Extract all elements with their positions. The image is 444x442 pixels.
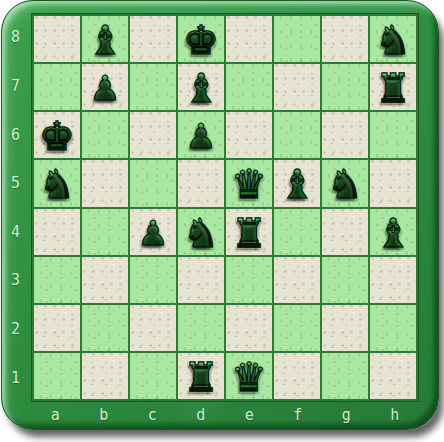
- piece-queen[interactable]: ♛: [231, 357, 267, 397]
- square-h6[interactable]: [370, 112, 416, 158]
- square-g6[interactable]: [322, 112, 368, 158]
- square-g4[interactable]: [322, 209, 368, 255]
- rank-label-4: 4: [0, 208, 31, 257]
- piece-bishop[interactable]: ♝: [183, 68, 219, 108]
- piece-pawn[interactable]: ♟: [138, 216, 168, 250]
- square-c4[interactable]: ♟: [130, 209, 176, 255]
- piece-rook[interactable]: ♜: [183, 357, 219, 397]
- square-h7[interactable]: ♜: [370, 64, 416, 110]
- square-f5[interactable]: ♝: [274, 160, 320, 206]
- square-c1[interactable]: [130, 353, 176, 399]
- square-c2[interactable]: [130, 305, 176, 351]
- square-b6[interactable]: [82, 112, 128, 158]
- square-a8[interactable]: [34, 16, 80, 62]
- square-a7[interactable]: [34, 64, 80, 110]
- square-f2[interactable]: [274, 305, 320, 351]
- rank-label-5: 5: [0, 159, 31, 208]
- file-label-d: d: [177, 402, 226, 428]
- piece-knight[interactable]: ♞: [327, 164, 363, 204]
- file-label-h: h: [371, 402, 420, 428]
- square-a1[interactable]: [34, 353, 80, 399]
- file-labels: abcdefgh: [31, 402, 419, 428]
- square-h3[interactable]: [370, 257, 416, 303]
- square-e5[interactable]: ♛: [226, 160, 272, 206]
- rank-label-2: 2: [0, 305, 31, 354]
- square-g2[interactable]: [322, 305, 368, 351]
- square-h2[interactable]: [370, 305, 416, 351]
- square-b2[interactable]: [82, 305, 128, 351]
- square-d1[interactable]: ♜: [178, 353, 224, 399]
- square-c5[interactable]: [130, 160, 176, 206]
- square-d8[interactable]: ♚: [178, 16, 224, 62]
- rank-labels: 87654321: [0, 13, 31, 402]
- file-label-a: a: [31, 402, 80, 428]
- piece-rook[interactable]: ♜: [375, 68, 411, 108]
- square-c3[interactable]: [130, 257, 176, 303]
- square-b4[interactable]: [82, 209, 128, 255]
- file-label-g: g: [322, 402, 371, 428]
- square-a2[interactable]: [34, 305, 80, 351]
- piece-bishop[interactable]: ♝: [375, 213, 411, 253]
- file-label-f: f: [274, 402, 323, 428]
- piece-king[interactable]: ♚: [39, 116, 75, 156]
- square-g7[interactable]: [322, 64, 368, 110]
- square-b8[interactable]: ♝: [82, 16, 128, 62]
- file-label-e: e: [225, 402, 274, 428]
- square-f1[interactable]: [274, 353, 320, 399]
- square-d2[interactable]: [178, 305, 224, 351]
- square-a4[interactable]: [34, 209, 80, 255]
- square-h5[interactable]: [370, 160, 416, 206]
- square-f8[interactable]: [274, 16, 320, 62]
- square-e2[interactable]: [226, 305, 272, 351]
- square-a5[interactable]: ♞: [34, 160, 80, 206]
- piece-bishop[interactable]: ♝: [87, 20, 123, 60]
- square-f4[interactable]: [274, 209, 320, 255]
- piece-queen[interactable]: ♛: [231, 164, 267, 204]
- square-d4[interactable]: ♞: [178, 209, 224, 255]
- square-h1[interactable]: [370, 353, 416, 399]
- chess-app-window: 87654321 abcdefgh ♝♚♞♟♝♜♚♟♞♛♝♞♟♞♜♝♜♛: [0, 0, 444, 442]
- rank-label-1: 1: [0, 353, 31, 402]
- square-d3[interactable]: [178, 257, 224, 303]
- rank-label-6: 6: [0, 110, 31, 159]
- square-e3[interactable]: [226, 257, 272, 303]
- square-f6[interactable]: [274, 112, 320, 158]
- square-a6[interactable]: ♚: [34, 112, 80, 158]
- piece-bishop[interactable]: ♝: [279, 164, 315, 204]
- square-f3[interactable]: [274, 257, 320, 303]
- square-b3[interactable]: [82, 257, 128, 303]
- piece-rook[interactable]: ♜: [231, 213, 267, 253]
- square-e7[interactable]: [226, 64, 272, 110]
- piece-pawn[interactable]: ♟: [186, 119, 216, 153]
- square-c6[interactable]: [130, 112, 176, 158]
- file-label-b: b: [80, 402, 129, 428]
- square-b7[interactable]: ♟: [82, 64, 128, 110]
- chess-board: ♝♚♞♟♝♜♚♟♞♛♝♞♟♞♜♝♜♛: [31, 13, 419, 402]
- square-g8[interactable]: [322, 16, 368, 62]
- piece-knight[interactable]: ♞: [39, 164, 75, 204]
- square-h8[interactable]: ♞: [370, 16, 416, 62]
- file-label-c: c: [128, 402, 177, 428]
- piece-king[interactable]: ♚: [183, 20, 219, 60]
- square-c8[interactable]: [130, 16, 176, 62]
- square-f7[interactable]: [274, 64, 320, 110]
- square-b1[interactable]: [82, 353, 128, 399]
- square-d6[interactable]: ♟: [178, 112, 224, 158]
- square-e4[interactable]: ♜: [226, 209, 272, 255]
- rank-label-7: 7: [0, 62, 31, 111]
- rank-label-8: 8: [0, 13, 31, 62]
- rank-label-3: 3: [0, 256, 31, 305]
- square-e6[interactable]: [226, 112, 272, 158]
- piece-knight[interactable]: ♞: [183, 213, 219, 253]
- square-d5[interactable]: [178, 160, 224, 206]
- square-g5[interactable]: ♞: [322, 160, 368, 206]
- square-e1[interactable]: ♛: [226, 353, 272, 399]
- piece-pawn[interactable]: ♟: [90, 71, 120, 105]
- square-h4[interactable]: ♝: [370, 209, 416, 255]
- square-c7[interactable]: [130, 64, 176, 110]
- square-b5[interactable]: [82, 160, 128, 206]
- square-g1[interactable]: [322, 353, 368, 399]
- square-a3[interactable]: [34, 257, 80, 303]
- square-d7[interactable]: ♝: [178, 64, 224, 110]
- piece-knight[interactable]: ♞: [375, 20, 411, 60]
- square-e8[interactable]: [226, 16, 272, 62]
- square-g3[interactable]: [322, 257, 368, 303]
